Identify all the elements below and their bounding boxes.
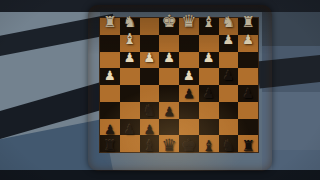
piece-black-pawn: ♟ [242,87,254,100]
piece-black-rook: ♜ [103,139,116,154]
piece-black-knight: ♞ [143,103,156,118]
piece-black-rook: ♜ [241,139,254,154]
piece-white-bishop: ♝ [202,14,215,29]
piece-white-pawn: ♟ [144,51,156,64]
piece-white-rook: ♜ [103,14,116,29]
piece-black-pawn: ♟ [203,87,215,100]
piece-white-rook: ♜ [241,14,254,29]
chess-board: ♜♞♚♛♝♞♜♝♟♟♟♟♟♟♟♟♟♟♟♟♞♟♟♟♟♜♝♛♚♝♞♜ [88,5,272,171]
piece-black-queen: ♛ [162,138,177,155]
piece-white-pawn: ♟ [242,33,254,46]
piece-black-pawn: ♟ [124,122,136,135]
piece-black-pawn: ♟ [144,122,156,135]
piece-white-knight: ♞ [123,14,136,29]
piece-white-pawn: ♟ [163,51,175,64]
piece-layer: ♜♞♚♛♝♞♜♝♟♟♟♟♟♟♟♟♟♟♟♟♞♟♟♟♟♜♝♛♚♝♞♜ [100,18,258,152]
piece-black-pawn: ♟ [183,87,195,100]
piece-white-pawn: ♟ [203,51,215,64]
piece-white-pawn: ♟ [223,33,235,46]
piece-black-pawn: ♟ [223,69,235,82]
photo-frame: ♜♞♚♛♝♞♜♝♟♟♟♟♟♟♟♟♟♟♟♟♞♟♟♟♟♜♝♛♚♝♞♜ [0,0,320,180]
piece-white-king: ♚ [162,13,177,30]
piece-white-pawn: ♟ [104,69,116,82]
piece-black-pawn: ♟ [163,104,175,117]
piece-black-king: ♚ [181,138,196,155]
piece-white-pawn: ♟ [183,69,195,82]
piece-black-pawn: ♟ [104,122,116,135]
bedding-bottom-stripe [0,170,320,180]
piece-white-queen: ♛ [181,13,196,30]
piece-white-knight: ♞ [222,14,235,29]
piece-black-bishop: ♝ [143,139,156,154]
piece-black-knight: ♞ [222,139,235,154]
piece-white-pawn: ♟ [124,51,136,64]
piece-white-bishop: ♝ [123,32,136,47]
piece-black-bishop: ♝ [202,139,215,154]
